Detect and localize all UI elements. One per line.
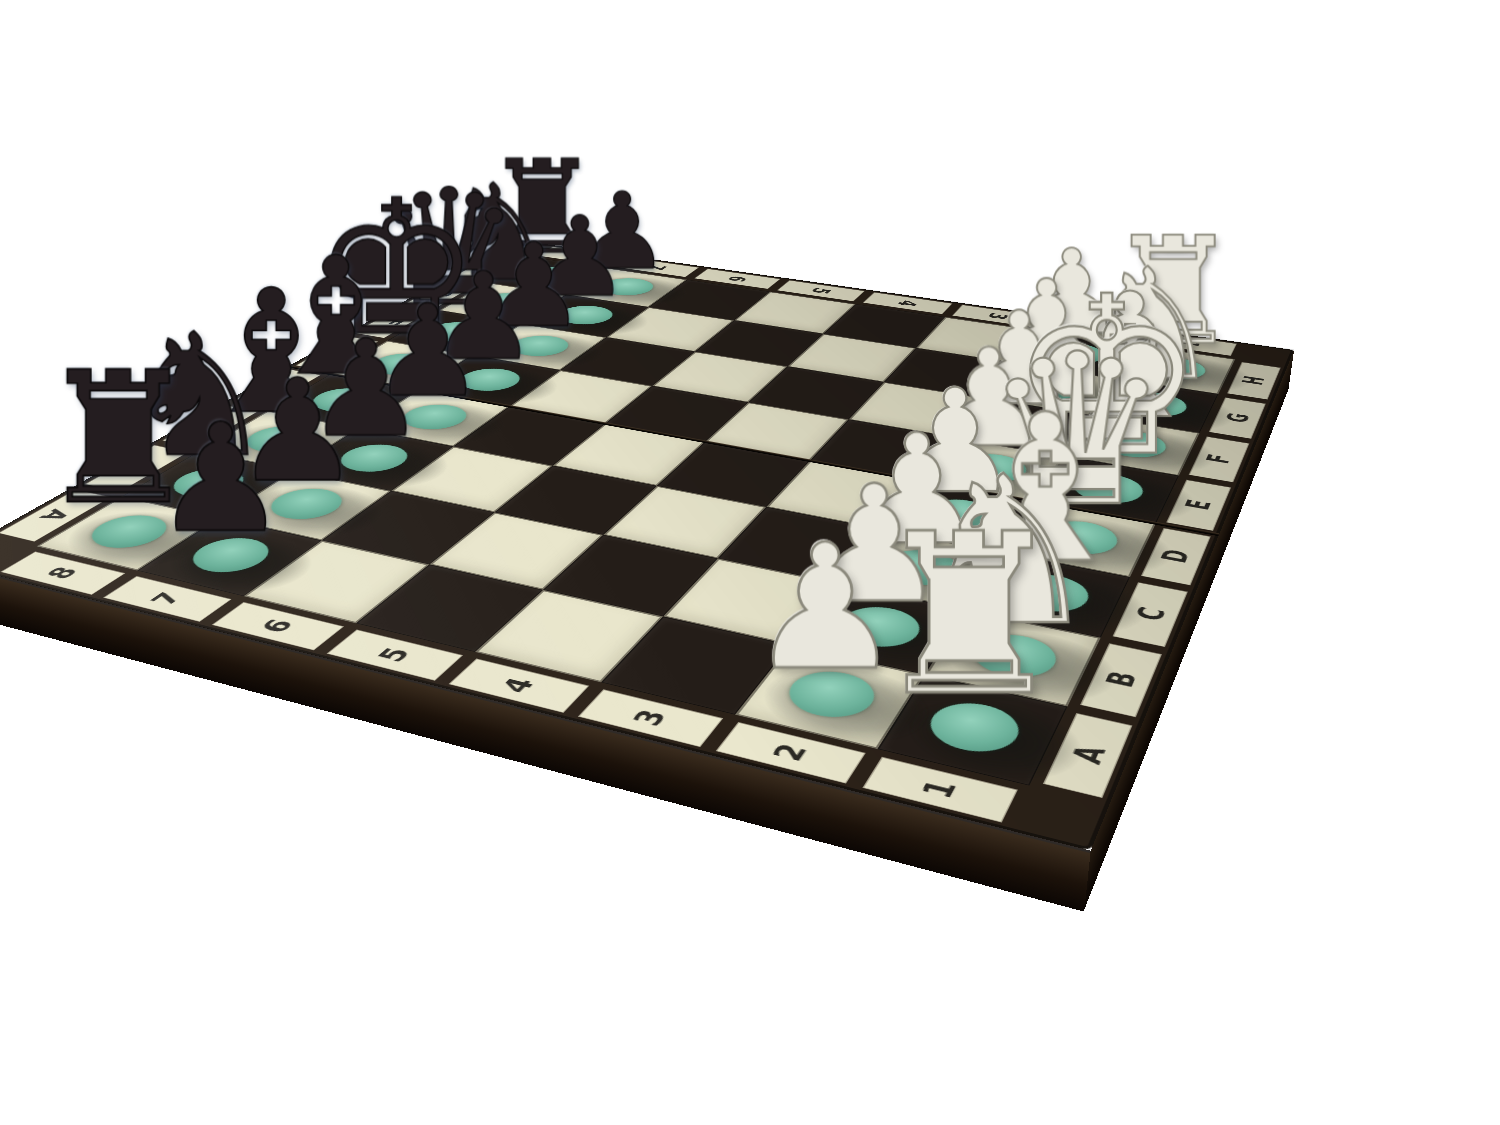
black-pawn-a7[interactable]: ♟ bbox=[117, 369, 324, 560]
rank-label-near-6-text: 6 bbox=[254, 616, 302, 635]
scene: HH88GG77FF66EE55DD44CC33BB22AA11 ♜♟♞♟♝♟♟… bbox=[0, 0, 1500, 1125]
rank-label-far-6-text: 6 bbox=[722, 275, 752, 283]
rank-label-near-4-text: 4 bbox=[494, 674, 544, 696]
rank-label-near-5-text: 5 bbox=[370, 644, 419, 664]
rank-label-near-7-text: 7 bbox=[144, 589, 191, 607]
pawn-glyph: ♟ bbox=[117, 404, 324, 554]
photo-canvas: HH88GG77FF66EE55DD44CC33BB22AA11 ♜♟♞♟♝♟♟… bbox=[0, 0, 1500, 1125]
rank-label-far-5-text: 5 bbox=[806, 287, 837, 295]
rank-label-near-8-text: 8 bbox=[40, 564, 86, 581]
rank-label-near-1-text: 1 bbox=[913, 776, 967, 802]
white-rook-a1[interactable]: ♜ bbox=[846, 464, 1092, 735]
rank-label-near-3-text: 3 bbox=[625, 706, 676, 729]
board-3d: HH88GG77FF66EE55DD44CC33BB22AA11 ♜♟♞♟♝♟♟… bbox=[0, 240, 1294, 851]
rook-glyph: ♜ bbox=[846, 505, 1092, 727]
rank-label-near-2-text: 2 bbox=[764, 740, 817, 764]
